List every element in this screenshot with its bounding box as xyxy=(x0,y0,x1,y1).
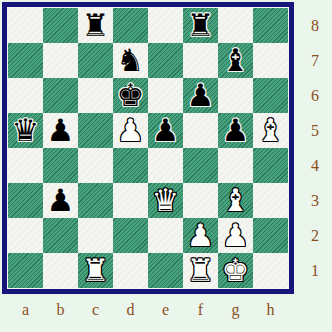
square-c2[interactable] xyxy=(78,218,113,253)
square-h3[interactable] xyxy=(253,183,288,218)
square-a2[interactable] xyxy=(8,218,43,253)
square-b2[interactable] xyxy=(43,218,78,253)
square-h5[interactable]: ♝ xyxy=(253,113,288,148)
square-d1[interactable] xyxy=(113,253,148,288)
black-bishop[interactable]: ♝ xyxy=(222,43,250,78)
white-pawn[interactable]: ♟ xyxy=(222,218,250,253)
white-pawn[interactable]: ♟ xyxy=(187,218,215,253)
square-e2[interactable] xyxy=(148,218,183,253)
square-a6[interactable] xyxy=(8,78,43,113)
square-a4[interactable] xyxy=(8,148,43,183)
square-d6[interactable]: ♚ xyxy=(113,78,148,113)
square-e6[interactable] xyxy=(148,78,183,113)
square-g3[interactable]: ♝ xyxy=(218,183,253,218)
square-c7[interactable] xyxy=(78,43,113,78)
file-label-g: g xyxy=(218,301,253,319)
rank-label-2: 2 xyxy=(300,218,330,253)
square-b6[interactable] xyxy=(43,78,78,113)
square-b3[interactable]: ♟ xyxy=(43,183,78,218)
chess-diagram: ♜♜♞♝♚♟♛♟♟♟♟♝♟♛♝♟♟♜♜♚ abcdefgh 87654321 xyxy=(0,0,332,332)
square-f3[interactable] xyxy=(183,183,218,218)
square-f8[interactable]: ♜ xyxy=(183,8,218,43)
square-a3[interactable] xyxy=(8,183,43,218)
square-h1[interactable] xyxy=(253,253,288,288)
rank-label-4: 4 xyxy=(300,148,330,183)
black-rook[interactable]: ♜ xyxy=(187,8,215,43)
square-c3[interactable] xyxy=(78,183,113,218)
rank-label-1: 1 xyxy=(300,253,330,288)
square-g7[interactable]: ♝ xyxy=(218,43,253,78)
square-c6[interactable] xyxy=(78,78,113,113)
rank-label-6: 6 xyxy=(300,78,330,113)
square-h2[interactable] xyxy=(253,218,288,253)
chess-board: ♜♜♞♝♚♟♛♟♟♟♟♝♟♛♝♟♟♜♜♚ xyxy=(8,8,288,288)
square-d2[interactable] xyxy=(113,218,148,253)
square-g4[interactable] xyxy=(218,148,253,183)
rank-label-3: 3 xyxy=(300,183,330,218)
rank-label-7: 7 xyxy=(300,43,330,78)
black-pawn[interactable]: ♟ xyxy=(47,113,75,148)
black-pawn[interactable]: ♟ xyxy=(222,113,250,148)
square-e1[interactable] xyxy=(148,253,183,288)
square-e4[interactable] xyxy=(148,148,183,183)
white-bishop[interactable]: ♝ xyxy=(222,183,250,218)
square-f4[interactable] xyxy=(183,148,218,183)
square-d7[interactable]: ♞ xyxy=(113,43,148,78)
file-label-d: d xyxy=(113,301,148,319)
file-label-b: b xyxy=(43,301,78,319)
white-bishop[interactable]: ♝ xyxy=(257,113,285,148)
white-king[interactable]: ♚ xyxy=(222,253,250,288)
square-f7[interactable] xyxy=(183,43,218,78)
square-a8[interactable] xyxy=(8,8,43,43)
square-c4[interactable] xyxy=(78,148,113,183)
square-h7[interactable] xyxy=(253,43,288,78)
file-labels: abcdefgh xyxy=(8,301,288,319)
black-knight[interactable]: ♞ xyxy=(117,43,145,78)
square-g6[interactable] xyxy=(218,78,253,113)
square-b5[interactable]: ♟ xyxy=(43,113,78,148)
rank-label-5: 5 xyxy=(300,113,330,148)
square-h8[interactable] xyxy=(253,8,288,43)
square-d4[interactable] xyxy=(113,148,148,183)
black-queen[interactable]: ♛ xyxy=(12,113,40,148)
square-g8[interactable] xyxy=(218,8,253,43)
square-e5[interactable]: ♟ xyxy=(148,113,183,148)
rank-label-8: 8 xyxy=(300,8,330,43)
square-e3[interactable]: ♛ xyxy=(148,183,183,218)
white-pawn[interactable]: ♟ xyxy=(117,113,145,148)
square-d5[interactable]: ♟ xyxy=(113,113,148,148)
square-b1[interactable] xyxy=(43,253,78,288)
square-e7[interactable] xyxy=(148,43,183,78)
file-label-c: c xyxy=(78,301,113,319)
file-label-a: a xyxy=(8,301,43,319)
black-pawn[interactable]: ♟ xyxy=(187,78,215,113)
white-queen[interactable]: ♛ xyxy=(152,183,180,218)
file-label-h: h xyxy=(253,301,288,319)
black-king[interactable]: ♚ xyxy=(117,78,145,113)
black-rook[interactable]: ♜ xyxy=(82,8,110,43)
rank-labels: 87654321 xyxy=(300,8,330,288)
square-b8[interactable] xyxy=(43,8,78,43)
square-f2[interactable]: ♟ xyxy=(183,218,218,253)
square-c5[interactable] xyxy=(78,113,113,148)
square-d8[interactable] xyxy=(113,8,148,43)
square-a5[interactable]: ♛ xyxy=(8,113,43,148)
square-c8[interactable]: ♜ xyxy=(78,8,113,43)
black-pawn[interactable]: ♟ xyxy=(47,183,75,218)
square-b7[interactable] xyxy=(43,43,78,78)
square-b4[interactable] xyxy=(43,148,78,183)
square-a1[interactable] xyxy=(8,253,43,288)
file-label-e: e xyxy=(148,301,183,319)
square-f6[interactable]: ♟ xyxy=(183,78,218,113)
white-rook[interactable]: ♜ xyxy=(187,253,215,288)
square-e8[interactable] xyxy=(148,8,183,43)
square-g5[interactable]: ♟ xyxy=(218,113,253,148)
square-d3[interactable] xyxy=(113,183,148,218)
square-f1[interactable]: ♜ xyxy=(183,253,218,288)
square-f5[interactable] xyxy=(183,113,218,148)
file-label-f: f xyxy=(183,301,218,319)
black-pawn[interactable]: ♟ xyxy=(152,113,180,148)
square-a7[interactable] xyxy=(8,43,43,78)
square-h4[interactable] xyxy=(253,148,288,183)
square-c1[interactable]: ♜ xyxy=(78,253,113,288)
white-rook[interactable]: ♜ xyxy=(82,253,110,288)
square-h6[interactable] xyxy=(253,78,288,113)
square-g1[interactable]: ♚ xyxy=(218,253,253,288)
board-frame: ♜♜♞♝♚♟♛♟♟♟♟♝♟♛♝♟♟♜♜♚ xyxy=(2,2,294,294)
square-g2[interactable]: ♟ xyxy=(218,218,253,253)
